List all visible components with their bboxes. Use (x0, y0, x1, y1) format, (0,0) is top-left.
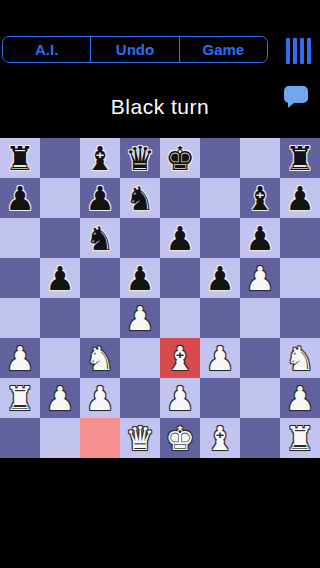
square-f8[interactable] (200, 138, 240, 178)
chat-bubble-icon[interactable] (284, 86, 308, 103)
square-f7[interactable] (200, 178, 240, 218)
white-bishop-e3: ♝ (165, 342, 195, 375)
undo-button[interactable]: Undo (90, 37, 178, 62)
square-a3[interactable]: ♟ (0, 338, 40, 378)
square-b1[interactable] (40, 418, 80, 458)
square-h8[interactable]: ♜ (280, 138, 320, 178)
square-f1[interactable]: ♝ (200, 418, 240, 458)
square-c1[interactable] (80, 418, 120, 458)
square-e8[interactable]: ♚ (160, 138, 200, 178)
square-e1[interactable]: ♚ (160, 418, 200, 458)
square-a7[interactable]: ♟ (0, 178, 40, 218)
square-c8[interactable]: ♝ (80, 138, 120, 178)
black-king-e8: ♚ (165, 142, 195, 175)
square-e5[interactable] (160, 258, 200, 298)
square-e3[interactable]: ♝ (160, 338, 200, 378)
white-pawn-b2: ♟ (45, 382, 75, 415)
square-d5[interactable]: ♟ (120, 258, 160, 298)
white-knight-c3: ♞ (85, 342, 115, 375)
square-g5[interactable]: ♟ (240, 258, 280, 298)
white-rook-h1: ♜ (285, 422, 315, 455)
turn-status-label: Black turn (0, 95, 320, 119)
square-a2[interactable]: ♜ (0, 378, 40, 418)
bar-4 (307, 38, 311, 64)
white-pawn-h2: ♟ (285, 382, 315, 415)
square-c7[interactable]: ♟ (80, 178, 120, 218)
menu-bars-icon[interactable] (286, 38, 311, 64)
square-g8[interactable] (240, 138, 280, 178)
square-f6[interactable] (200, 218, 240, 258)
square-c5[interactable] (80, 258, 120, 298)
white-pawn-f3: ♟ (205, 342, 235, 375)
black-knight-c6: ♞ (85, 222, 115, 255)
square-g1[interactable] (240, 418, 280, 458)
square-d6[interactable] (120, 218, 160, 258)
black-rook-h8: ♜ (285, 142, 315, 175)
square-a8[interactable]: ♜ (0, 138, 40, 178)
black-pawn-h7: ♟ (285, 182, 315, 215)
square-f2[interactable] (200, 378, 240, 418)
black-queen-d8: ♛ (125, 142, 155, 175)
square-d3[interactable] (120, 338, 160, 378)
square-f4[interactable] (200, 298, 240, 338)
square-h7[interactable]: ♟ (280, 178, 320, 218)
black-pawn-b5: ♟ (45, 262, 75, 295)
square-c6[interactable]: ♞ (80, 218, 120, 258)
black-pawn-a7: ♟ (5, 182, 35, 215)
square-d1[interactable]: ♛ (120, 418, 160, 458)
white-knight-h3: ♞ (285, 342, 315, 375)
square-b8[interactable] (40, 138, 80, 178)
square-h6[interactable] (280, 218, 320, 258)
square-b5[interactable]: ♟ (40, 258, 80, 298)
black-pawn-c7: ♟ (85, 182, 115, 215)
square-c3[interactable]: ♞ (80, 338, 120, 378)
white-pawn-c2: ♟ (85, 382, 115, 415)
black-knight-d7: ♞ (125, 182, 155, 215)
white-pawn-e2: ♟ (165, 382, 195, 415)
square-e7[interactable] (160, 178, 200, 218)
square-c2[interactable]: ♟ (80, 378, 120, 418)
square-h3[interactable]: ♞ (280, 338, 320, 378)
bar-1 (286, 38, 290, 64)
square-a5[interactable] (0, 258, 40, 298)
square-f5[interactable]: ♟ (200, 258, 240, 298)
square-d8[interactable]: ♛ (120, 138, 160, 178)
square-e6[interactable]: ♟ (160, 218, 200, 258)
square-f3[interactable]: ♟ (200, 338, 240, 378)
square-h4[interactable] (280, 298, 320, 338)
white-king-e1: ♚ (165, 422, 195, 455)
square-h5[interactable] (280, 258, 320, 298)
square-g7[interactable]: ♝ (240, 178, 280, 218)
white-pawn-g5: ♟ (245, 262, 275, 295)
square-h1[interactable]: ♜ (280, 418, 320, 458)
square-g6[interactable]: ♟ (240, 218, 280, 258)
top-toolbar: A.I. Undo Game (2, 36, 268, 63)
black-pawn-g6: ♟ (245, 222, 275, 255)
square-b4[interactable] (40, 298, 80, 338)
bar-2 (293, 38, 297, 64)
chess-app-screen: A.I. Undo Game Black turn ♜♝♛♚♜♟♟♞♝♟♞♟♟♟… (0, 0, 320, 568)
square-b2[interactable]: ♟ (40, 378, 80, 418)
square-g3[interactable] (240, 338, 280, 378)
square-b7[interactable] (40, 178, 80, 218)
square-a6[interactable] (0, 218, 40, 258)
square-h2[interactable]: ♟ (280, 378, 320, 418)
black-pawn-e6: ♟ (165, 222, 195, 255)
square-e4[interactable] (160, 298, 200, 338)
bar-3 (300, 38, 304, 64)
black-pawn-d5: ♟ (125, 262, 155, 295)
square-a4[interactable] (0, 298, 40, 338)
square-d7[interactable]: ♞ (120, 178, 160, 218)
square-b6[interactable] (40, 218, 80, 258)
ai-button[interactable]: A.I. (3, 37, 90, 62)
game-button[interactable]: Game (179, 37, 267, 62)
black-pawn-f5: ♟ (205, 262, 235, 295)
white-pawn-a3: ♟ (5, 342, 35, 375)
black-bishop-g7: ♝ (245, 182, 275, 215)
square-d4[interactable]: ♟ (120, 298, 160, 338)
square-g2[interactable] (240, 378, 280, 418)
square-b3[interactable] (40, 338, 80, 378)
white-queen-d1: ♛ (125, 422, 155, 455)
square-e2[interactable]: ♟ (160, 378, 200, 418)
square-a1[interactable] (0, 418, 40, 458)
white-bishop-f1: ♝ (205, 422, 235, 455)
square-c4[interactable] (80, 298, 120, 338)
white-pawn-d4: ♟ (125, 302, 155, 335)
chess-board: ♜♝♛♚♜♟♟♞♝♟♞♟♟♟♟♟♟♟♟♞♝♟♞♜♟♟♟♟♛♚♝♜ (0, 138, 320, 458)
black-rook-a8: ♜ (5, 142, 35, 175)
square-d2[interactable] (120, 378, 160, 418)
square-g4[interactable] (240, 298, 280, 338)
white-rook-a2: ♜ (5, 382, 35, 415)
black-bishop-c8: ♝ (85, 142, 115, 175)
